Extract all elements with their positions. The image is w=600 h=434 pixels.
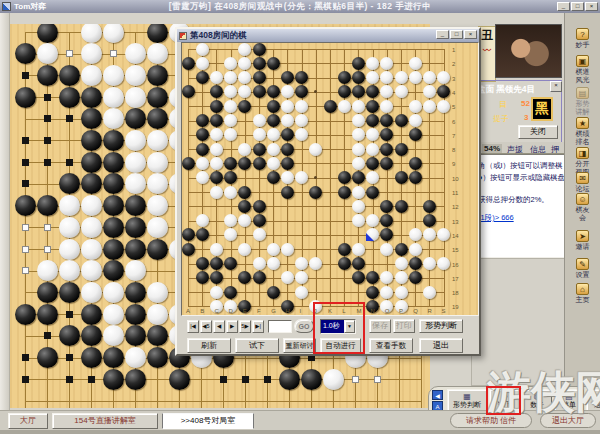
captures-value: 3 (524, 113, 528, 122)
side-tool-label: 论坛 (567, 185, 598, 193)
black-stone (281, 143, 294, 156)
white-stone (380, 100, 393, 113)
black-territory-mark (66, 115, 73, 122)
white-stone (409, 57, 422, 70)
white-stone (210, 71, 223, 84)
black-territory-mark (66, 376, 73, 383)
black-territory-mark (44, 332, 51, 339)
white-stone (409, 100, 422, 113)
white-stone (81, 239, 102, 260)
dialog-maximize-button[interactable]: □ (450, 30, 463, 39)
dialog-go-board[interactable]: ABCDEFGHIJKLMNOPQRS123456789101112131415… (181, 42, 479, 316)
white-stone (37, 43, 58, 64)
column-label: O (385, 308, 390, 314)
row-label: 5 (452, 104, 455, 110)
info-line: 角（或I）按钮可以调整棋 (478, 161, 563, 171)
white-territory-mark (44, 246, 51, 253)
black-stone (37, 347, 58, 368)
white-stone (210, 157, 223, 170)
white-stone (224, 57, 237, 70)
white-stone (395, 257, 408, 270)
white-stone (196, 214, 209, 227)
info-message-panel: 角（或I）按钮可以调整棋 ●）按钮可显示或隐藏棋盘 获得总押分数的2%。 (1段… (471, 154, 566, 258)
info-line: 获得总押分数的2%。 (478, 195, 549, 205)
close-button[interactable]: × (585, 2, 598, 11)
white-stone (253, 228, 266, 241)
white-stone (352, 214, 365, 227)
try-move-button[interactable]: 试下 (235, 338, 279, 353)
side-tool-主页[interactable]: ⌂主页 (567, 283, 598, 304)
black-territory-mark (66, 354, 73, 361)
black-stone (125, 282, 146, 303)
black-stone (125, 239, 146, 260)
white-stone (59, 217, 80, 238)
side-tool-论坛[interactable]: ✉论坛 (567, 172, 598, 193)
black-stone (125, 217, 146, 238)
black-stone (366, 186, 379, 199)
white-territory-mark (110, 50, 117, 57)
white-stone (103, 24, 124, 43)
black-stone (182, 85, 195, 98)
close-panel-button[interactable]: 关闭 (518, 125, 558, 139)
black-stone (182, 57, 195, 70)
white-stone (125, 65, 146, 86)
black-stone (253, 143, 266, 156)
black-stone (267, 114, 280, 127)
score-title: 盘面 黑领先4目 (477, 84, 561, 96)
column-label: N (371, 308, 375, 314)
棋友会-icon: ☺ (576, 193, 589, 205)
white-stone (103, 87, 124, 108)
black-stone (395, 143, 408, 156)
column-label: R (427, 308, 431, 314)
black-stone (182, 228, 195, 241)
nav-button-5[interactable]: ▶| (252, 320, 264, 333)
white-stone (380, 286, 393, 299)
side-tool-棋道风光[interactable]: ▣棋道风光 (567, 55, 598, 84)
video-thumbnail (495, 24, 562, 78)
white-stone (395, 85, 408, 98)
black-territory-mark (220, 376, 227, 383)
black-stone (59, 65, 80, 86)
row-label: 1 (452, 47, 455, 53)
white-stone (253, 128, 266, 141)
white-stone (366, 57, 379, 70)
column-label: G (271, 308, 276, 314)
white-stone (125, 87, 146, 108)
black-stone (253, 43, 266, 56)
maximize-button[interactable]: □ (571, 2, 584, 11)
black-stone (37, 282, 58, 303)
white-stone (196, 157, 209, 170)
white-stone (147, 217, 168, 238)
black-stone (238, 100, 251, 113)
column-label: S (442, 308, 446, 314)
black-stone (196, 271, 209, 284)
score-estimate-panel: 盘面 黑领先4目 目 52 提子 3 黑 关闭 (471, 80, 562, 144)
white-stone (395, 286, 408, 299)
row-label: 12 (452, 204, 459, 210)
black-territory-mark (88, 376, 95, 383)
white-stone (267, 128, 280, 141)
white-stone (81, 43, 102, 64)
black-side-indicator: 黑 (531, 97, 553, 121)
info-line: ●）按钮可显示或隐藏棋盘 (478, 173, 565, 183)
side-tool-形势讲解: ▤形势讲解 (567, 87, 598, 116)
white-stone (103, 282, 124, 303)
side-tool-label: 棋绩排名 (567, 130, 598, 146)
black-territory-mark (264, 376, 271, 383)
white-territory-mark (22, 246, 29, 253)
white-stone (81, 217, 102, 238)
black-stone (253, 71, 266, 84)
black-stone (281, 71, 294, 84)
white-territory-mark (374, 376, 381, 383)
column-label: P (399, 308, 403, 314)
white-stone (423, 71, 436, 84)
white-stone (147, 130, 168, 151)
black-stone (409, 171, 422, 184)
white-stone (267, 143, 280, 156)
black-stone (147, 325, 168, 346)
white-stone (125, 347, 146, 368)
black-stone (301, 369, 322, 390)
black-stone (409, 257, 422, 270)
row-label: 4 (452, 90, 455, 96)
black-stone (281, 186, 294, 199)
black-stone (253, 157, 266, 170)
black-stone (224, 286, 237, 299)
side-tool-label: 形势讲解 (567, 100, 598, 116)
black-stone (210, 257, 223, 270)
black-stone (409, 271, 422, 284)
black-stone (395, 200, 408, 213)
black-stone (59, 325, 80, 346)
side-tool-邀请[interactable]: ➤邀请 (567, 230, 598, 251)
black-territory-mark (22, 159, 29, 166)
white-stone (366, 143, 379, 156)
black-stone (37, 65, 58, 86)
black-stone (423, 200, 436, 213)
white-stone (409, 114, 422, 127)
black-stone (103, 347, 124, 368)
white-stone (253, 257, 266, 270)
column-label: I (300, 308, 302, 314)
white-stone (147, 173, 168, 194)
设置-icon: ✎ (576, 258, 589, 270)
black-stone (103, 239, 124, 260)
side-tool-棋绩排名[interactable]: ★棋绩排名 (567, 117, 598, 146)
white-stone (125, 43, 146, 64)
black-territory-mark (44, 159, 51, 166)
dialog-minimize-button[interactable]: _ (436, 30, 449, 39)
white-stone (352, 157, 365, 170)
dialog-icon (179, 32, 187, 40)
black-stone (81, 347, 102, 368)
black-stone (409, 157, 422, 170)
black-stone (196, 71, 209, 84)
white-stone (210, 186, 223, 199)
black-territory-mark (22, 376, 29, 383)
white-stone (196, 171, 209, 184)
side-tool-label: 设置 (567, 271, 598, 279)
refresh-button[interactable]: 刷新 (187, 338, 231, 353)
tab-lobby[interactable]: 大厅 (8, 413, 48, 429)
nav-button-4[interactable]: 5▶ (239, 320, 251, 333)
black-stone (253, 200, 266, 213)
black-stone (409, 128, 422, 141)
row-label: 15 (452, 247, 459, 253)
white-stone (147, 195, 168, 216)
white-territory-mark (44, 224, 51, 231)
estimate-button[interactable]: 形势判断 (419, 319, 463, 333)
last-move-marker-icon (366, 233, 374, 241)
white-stone (380, 243, 393, 256)
side-tool-设置[interactable]: ✎设置 (567, 258, 598, 279)
black-stone (15, 195, 36, 216)
move-number-input[interactable] (268, 320, 292, 333)
black-stone (253, 271, 266, 284)
black-stone (423, 214, 436, 227)
user-rank-link[interactable]: (1段)> 666 (478, 213, 514, 223)
row-label: 8 (452, 147, 455, 153)
black-stone (267, 100, 280, 113)
black-stone (147, 108, 168, 129)
column-label: B (200, 308, 204, 314)
white-stone (409, 71, 422, 84)
black-stone (125, 369, 146, 390)
row-label: 19 (452, 304, 459, 310)
nav-button-3[interactable]: ▶ (226, 320, 238, 333)
white-stone (238, 43, 251, 56)
go-button[interactable]: GO (294, 319, 314, 333)
white-stone (210, 286, 223, 299)
estimate-toolbar-button[interactable]: ▦ 形势判断 (447, 389, 487, 411)
black-stone (169, 369, 190, 390)
bottom-edge (0, 430, 600, 434)
black-stone (210, 171, 223, 184)
black-stone (324, 100, 337, 113)
black-stone (196, 143, 209, 156)
support-percent: 54% (482, 144, 502, 153)
black-stone (103, 195, 124, 216)
view-moves-button[interactable]: 查看手数 (369, 338, 413, 353)
black-stone (210, 100, 223, 113)
dialog-exit-button[interactable]: 退出 (419, 338, 463, 353)
black-territory-mark (66, 311, 73, 318)
cartoon-seal: 〰 (479, 44, 495, 55)
column-label: D (229, 308, 233, 314)
annotation-box-try-move (486, 386, 521, 415)
side-tool-label: 邀请 (567, 243, 598, 251)
white-stone (59, 260, 80, 281)
black-territory-mark (44, 115, 51, 122)
nav-button-0[interactable]: |◀ (187, 320, 199, 333)
dialog-title-bar[interactable]: 第408房间的棋 _ □ × (177, 29, 479, 42)
black-stone (182, 243, 195, 256)
black-stone (103, 152, 124, 173)
side-tool-label: 棋道风光 (567, 68, 598, 84)
black-stone (37, 195, 58, 216)
black-stone (352, 57, 365, 70)
棋道风光-icon: ▣ (576, 55, 589, 67)
black-stone (224, 257, 237, 270)
black-stone (366, 100, 379, 113)
black-stone (366, 157, 379, 170)
white-stone (81, 24, 102, 43)
black-stone (103, 369, 124, 390)
row-label: 13 (452, 219, 459, 225)
white-stone (103, 65, 124, 86)
white-stone (423, 257, 436, 270)
邀请-icon: ➤ (576, 230, 589, 242)
side-tool-label: 棋友会 (567, 206, 598, 222)
white-stone (125, 130, 146, 151)
black-stone (338, 257, 351, 270)
white-stone (323, 369, 344, 390)
white-territory-mark (66, 50, 73, 57)
dialog-close-button[interactable]: × (464, 30, 477, 39)
black-stone (103, 173, 124, 194)
black-stone (267, 171, 280, 184)
window-left-border (0, 13, 10, 434)
white-stone (224, 114, 237, 127)
black-stone (338, 186, 351, 199)
black-stone (253, 57, 266, 70)
column-label: E (243, 308, 247, 314)
side-tool-棋友会[interactable]: ☺棋友会 (567, 193, 598, 222)
white-territory-mark (22, 267, 29, 274)
black-stone (279, 369, 300, 390)
side-tool-label: 妙手 (567, 41, 598, 49)
row-label: 11 (452, 190, 458, 196)
black-stone (253, 214, 266, 227)
print-button: 打印 (393, 319, 415, 333)
white-stone (352, 186, 365, 199)
black-stone (147, 87, 168, 108)
black-stone (196, 114, 209, 127)
row-label: 16 (452, 262, 459, 268)
column-label: Q (413, 308, 418, 314)
white-stone (352, 200, 365, 213)
tom-weiqi-client: Tom对弈 [雷霆万钧] 在408房间观战中(分先：黑棋贴6目半) - 182 … (0, 0, 600, 434)
black-stone (81, 325, 102, 346)
prev-icon-button[interactable]: ◀ (432, 390, 443, 400)
tab-broadcast-room[interactable]: 154号直播讲解室 (52, 413, 158, 429)
white-stone (238, 143, 251, 156)
形势讲解-icon: ▤ (576, 87, 589, 99)
white-stone (210, 243, 223, 256)
white-stone (147, 152, 168, 173)
black-stone (395, 171, 408, 184)
black-stone (103, 217, 124, 238)
row-label: 2 (452, 61, 455, 67)
black-stone (125, 195, 146, 216)
black-territory-mark (22, 354, 29, 361)
tab-room-408[interactable]: >>408号对局室 (162, 413, 254, 429)
white-stone (409, 243, 422, 256)
black-stone (147, 347, 168, 368)
black-stone (182, 157, 195, 170)
column-label: F (257, 308, 261, 314)
black-stone (125, 304, 146, 325)
captures-label: 提子 (493, 113, 509, 124)
row-label: 6 (452, 119, 455, 125)
restudy-button[interactable]: 重新研讨 (283, 338, 316, 353)
white-stone (125, 260, 146, 281)
black-stone (147, 24, 168, 43)
white-stone (253, 114, 266, 127)
white-stone (103, 304, 124, 325)
white-stone (437, 257, 450, 270)
white-stone (267, 257, 280, 270)
white-stone (267, 157, 280, 170)
棋绩排名-icon: ★ (576, 117, 589, 129)
save-button: 保存 (369, 319, 391, 333)
window-title: [雷霆万钧] 在408房间观战中(分先：黑棋贴6目半) - 182 手进行中 (0, 1, 600, 13)
black-stone (37, 304, 58, 325)
分开视图-icon: ◨ (576, 147, 589, 159)
black-stone (352, 257, 365, 270)
white-stone (395, 271, 408, 284)
white-stone (81, 282, 102, 303)
row-label: 14 (452, 233, 459, 239)
white-stone (295, 257, 308, 270)
white-stone (81, 65, 102, 86)
white-stone (59, 239, 80, 260)
black-stone (395, 243, 408, 256)
side-tool-妙手[interactable]: ?妙手 (567, 28, 598, 49)
white-stone (281, 171, 294, 184)
white-stone (125, 173, 146, 194)
black-stone (81, 130, 102, 151)
white-stone (103, 108, 124, 129)
black-territory-mark (22, 72, 29, 79)
black-stone (338, 71, 351, 84)
white-stone (281, 100, 294, 113)
black-stone (238, 186, 251, 199)
white-stone (352, 100, 365, 113)
row-label: 7 (452, 133, 455, 139)
black-stone (309, 186, 322, 199)
row-label: 3 (452, 76, 455, 82)
white-stone (437, 100, 450, 113)
panel-x-button[interactable]: × (550, 81, 562, 92)
column-label: C (214, 308, 218, 314)
column-label: H (285, 308, 289, 314)
black-stone (81, 87, 102, 108)
black-stone (15, 87, 36, 108)
black-stone (267, 57, 280, 70)
black-stone (267, 286, 280, 299)
nav-button-2[interactable]: ◀ (213, 320, 225, 333)
main-title-bar: Tom对弈 [雷霆万钧] 在408房间观战中(分先：黑棋贴6目半) - 182 … (0, 0, 600, 13)
column-label: A (186, 308, 190, 314)
black-territory-mark (242, 376, 249, 383)
妙手-icon: ? (576, 28, 589, 40)
black-stone (352, 71, 365, 84)
black-stone (59, 87, 80, 108)
white-stone (281, 243, 294, 256)
minimize-button[interactable]: _ (557, 2, 570, 11)
nav-button-1[interactable]: ◀5 (200, 320, 212, 333)
white-stone (81, 260, 102, 281)
white-stone (423, 286, 436, 299)
white-stone (352, 243, 365, 256)
black-stone (37, 24, 58, 43)
black-stone (147, 239, 168, 260)
white-stone (423, 100, 436, 113)
